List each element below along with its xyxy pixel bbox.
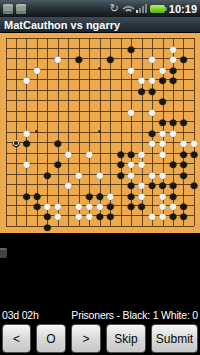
go-board[interactable]: ●●●●●●●●●●●●●●●●●●●●●●●●●●●●●●●●●●●●●●●●… xyxy=(0,33,200,233)
hoshi-point xyxy=(98,130,101,133)
hoshi-point xyxy=(161,67,164,70)
prisoners-label: Prisoners - Black: 1 White: 0 xyxy=(71,309,198,321)
go-app: ↻ 10:19 MatCauthon vs ngarry ●●●●●●●●●●●… xyxy=(0,0,200,355)
title-bar: MatCauthon vs ngarry xyxy=(0,17,200,33)
wifi-icon xyxy=(122,4,133,13)
circle-button[interactable]: O xyxy=(36,324,66,353)
signal-strength-icon xyxy=(136,4,147,13)
game-title: MatCauthon vs ngarry xyxy=(4,19,120,31)
skip-button[interactable]: Skip xyxy=(106,324,146,353)
bottom-panel: 03d 02h Prisoners - Black: 1 White: 0 < … xyxy=(0,233,200,355)
time-remaining-label: 03d 02h xyxy=(2,309,39,321)
hoshi-point xyxy=(98,67,101,70)
battery-icon xyxy=(150,5,165,13)
notification-icon-1 xyxy=(3,4,13,14)
hoshi-point xyxy=(161,193,164,196)
panel-handle-icon xyxy=(0,248,7,258)
hoshi-point xyxy=(35,193,38,196)
clock-text: 10:19 xyxy=(169,3,197,15)
sync-icon: ↻ xyxy=(110,3,119,14)
hoshi-point xyxy=(161,130,164,133)
prev-move-button[interactable]: < xyxy=(2,324,31,353)
submit-button[interactable]: Submit xyxy=(151,324,198,353)
notification-icon-2 xyxy=(16,4,26,14)
hoshi-point xyxy=(35,130,38,133)
android-status-bar: ↻ 10:19 xyxy=(0,0,200,17)
next-move-button[interactable]: > xyxy=(71,324,101,353)
move-controls: < O > Skip Submit xyxy=(0,324,200,353)
hoshi-point xyxy=(98,193,101,196)
